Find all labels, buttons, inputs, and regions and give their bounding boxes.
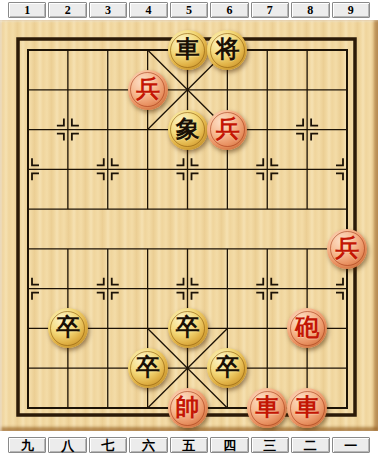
top-file-button-2[interactable]: 2 — [48, 2, 86, 18]
top-file-button-7[interactable]: 7 — [251, 2, 289, 18]
piece-glyph: 車 — [176, 37, 200, 61]
bottom-file-button-2[interactable]: 八 — [48, 437, 86, 453]
piece-glyph: 卒 — [215, 355, 239, 379]
piece-red-soldier[interactable]: 兵 — [327, 229, 367, 269]
piece-red-soldier[interactable]: 兵 — [207, 110, 247, 150]
piece-glyph: 車 — [255, 395, 279, 419]
piece-red-soldier[interactable]: 兵 — [128, 70, 168, 110]
piece-glyph: 卒 — [56, 315, 80, 339]
piece-black-soldier[interactable]: 卒 — [168, 308, 208, 348]
top-file-button-6[interactable]: 6 — [210, 2, 248, 18]
bottom-file-button-7[interactable]: 三 — [251, 437, 289, 453]
piece-glyph: 卒 — [176, 315, 200, 339]
piece-black-elephant[interactable]: 象 — [168, 110, 208, 150]
piece-glyph: 象 — [176, 117, 200, 141]
xiangqi-app-window: 123456789 車将兵象兵兵卒卒砲卒卒帥車車 九八七六五四三二一 — [0, 0, 378, 453]
top-file-button-4[interactable]: 4 — [129, 2, 167, 18]
top-file-coordinate-bar: 123456789 — [0, 0, 378, 20]
top-file-button-8[interactable]: 8 — [291, 2, 329, 18]
bottom-file-button-6[interactable]: 四 — [210, 437, 248, 453]
top-file-button-5[interactable]: 5 — [170, 2, 208, 18]
board-grid-lines — [0, 20, 378, 431]
bottom-file-button-3[interactable]: 七 — [89, 437, 127, 453]
bottom-file-button-9[interactable]: 一 — [332, 437, 370, 453]
top-file-button-3[interactable]: 3 — [89, 2, 127, 18]
piece-black-chariot[interactable]: 車 — [168, 30, 208, 70]
piece-glyph: 帥 — [176, 395, 200, 419]
top-file-button-9[interactable]: 9 — [332, 2, 370, 18]
bottom-file-button-5[interactable]: 五 — [170, 437, 208, 453]
piece-red-chariot[interactable]: 車 — [247, 388, 287, 428]
top-file-button-1[interactable]: 1 — [8, 2, 46, 18]
bottom-file-button-4[interactable]: 六 — [129, 437, 167, 453]
piece-glyph: 兵 — [335, 236, 359, 260]
bottom-file-button-8[interactable]: 二 — [291, 437, 329, 453]
bottom-file-coordinate-bar: 九八七六五四三二一 — [0, 431, 378, 453]
xiangqi-board[interactable]: 車将兵象兵兵卒卒砲卒卒帥車車 — [0, 20, 378, 431]
bottom-file-button-1[interactable]: 九 — [8, 437, 46, 453]
piece-glyph: 将 — [215, 37, 239, 61]
piece-red-general[interactable]: 帥 — [168, 388, 208, 428]
piece-black-soldier[interactable]: 卒 — [128, 348, 168, 388]
piece-glyph: 砲 — [295, 315, 319, 339]
piece-red-chariot[interactable]: 車 — [287, 388, 327, 428]
piece-glyph: 卒 — [136, 355, 160, 379]
piece-glyph: 兵 — [215, 117, 239, 141]
piece-glyph: 車 — [295, 395, 319, 419]
piece-glyph: 兵 — [136, 77, 160, 101]
